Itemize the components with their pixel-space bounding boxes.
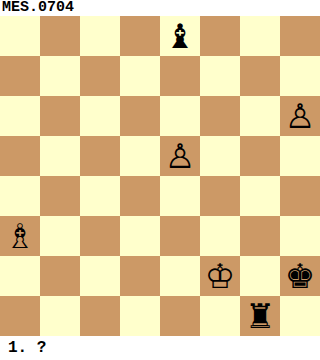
square-g4[interactable] bbox=[240, 176, 280, 216]
puzzle-id: MES.0704 bbox=[0, 0, 320, 16]
square-e4[interactable] bbox=[160, 176, 200, 216]
square-a6[interactable] bbox=[0, 96, 40, 136]
square-h8[interactable] bbox=[280, 16, 320, 56]
square-h7[interactable] bbox=[280, 56, 320, 96]
square-f1[interactable] bbox=[200, 296, 240, 336]
square-c7[interactable] bbox=[80, 56, 120, 96]
square-c8[interactable] bbox=[80, 16, 120, 56]
square-c3[interactable] bbox=[80, 216, 120, 256]
square-a8[interactable] bbox=[0, 16, 40, 56]
square-a1[interactable] bbox=[0, 296, 40, 336]
square-h3[interactable] bbox=[280, 216, 320, 256]
piece-white-king[interactable]: ♔ bbox=[205, 256, 235, 296]
square-f6[interactable] bbox=[200, 96, 240, 136]
square-f5[interactable] bbox=[200, 136, 240, 176]
piece-black-rook[interactable]: ♜ bbox=[245, 296, 275, 336]
piece-white-pawn[interactable]: ♙ bbox=[165, 136, 195, 176]
square-a4[interactable] bbox=[0, 176, 40, 216]
square-g5[interactable] bbox=[240, 136, 280, 176]
square-b8[interactable] bbox=[40, 16, 80, 56]
square-e8[interactable]: ♝ bbox=[160, 16, 200, 56]
square-g3[interactable] bbox=[240, 216, 280, 256]
square-b5[interactable] bbox=[40, 136, 80, 176]
square-f8[interactable] bbox=[200, 16, 240, 56]
square-d5[interactable] bbox=[120, 136, 160, 176]
square-c4[interactable] bbox=[80, 176, 120, 216]
square-c1[interactable] bbox=[80, 296, 120, 336]
piece-white-bishop[interactable]: ♗ bbox=[5, 216, 35, 256]
square-b3[interactable] bbox=[40, 216, 80, 256]
square-c5[interactable] bbox=[80, 136, 120, 176]
square-b7[interactable] bbox=[40, 56, 80, 96]
square-f3[interactable] bbox=[200, 216, 240, 256]
square-h6[interactable]: ♙ bbox=[280, 96, 320, 136]
square-g7[interactable] bbox=[240, 56, 280, 96]
square-a5[interactable] bbox=[0, 136, 40, 176]
square-d7[interactable] bbox=[120, 56, 160, 96]
square-h5[interactable] bbox=[280, 136, 320, 176]
square-f2[interactable]: ♔ bbox=[200, 256, 240, 296]
square-e7[interactable] bbox=[160, 56, 200, 96]
square-a2[interactable] bbox=[0, 256, 40, 296]
square-e2[interactable] bbox=[160, 256, 200, 296]
square-d2[interactable] bbox=[120, 256, 160, 296]
square-f4[interactable] bbox=[200, 176, 240, 216]
piece-white-pawn[interactable]: ♙ bbox=[285, 96, 315, 136]
square-g1[interactable]: ♜ bbox=[240, 296, 280, 336]
square-g2[interactable] bbox=[240, 256, 280, 296]
square-c2[interactable] bbox=[80, 256, 120, 296]
square-a3[interactable]: ♗ bbox=[0, 216, 40, 256]
move-prompt: 1. ? bbox=[0, 339, 320, 357]
piece-black-bishop[interactable]: ♝ bbox=[165, 16, 195, 56]
square-d1[interactable] bbox=[120, 296, 160, 336]
square-h2[interactable]: ♚ bbox=[280, 256, 320, 296]
square-e3[interactable] bbox=[160, 216, 200, 256]
square-a7[interactable] bbox=[0, 56, 40, 96]
square-f7[interactable] bbox=[200, 56, 240, 96]
square-g8[interactable] bbox=[240, 16, 280, 56]
chess-board: ♝♙♙♗♔♚♜ bbox=[0, 16, 320, 336]
square-h1[interactable] bbox=[280, 296, 320, 336]
square-d4[interactable] bbox=[120, 176, 160, 216]
square-b6[interactable] bbox=[40, 96, 80, 136]
square-d3[interactable] bbox=[120, 216, 160, 256]
square-b4[interactable] bbox=[40, 176, 80, 216]
square-e6[interactable] bbox=[160, 96, 200, 136]
square-e1[interactable] bbox=[160, 296, 200, 336]
square-h4[interactable] bbox=[280, 176, 320, 216]
square-d8[interactable] bbox=[120, 16, 160, 56]
square-b2[interactable] bbox=[40, 256, 80, 296]
piece-black-king[interactable]: ♚ bbox=[285, 256, 315, 296]
chess-puzzle-page: MES.0704 ♝♙♙♗♔♚♜ 1. ? bbox=[0, 0, 320, 360]
square-c6[interactable] bbox=[80, 96, 120, 136]
square-b1[interactable] bbox=[40, 296, 80, 336]
square-d6[interactable] bbox=[120, 96, 160, 136]
square-e5[interactable]: ♙ bbox=[160, 136, 200, 176]
square-g6[interactable] bbox=[240, 96, 280, 136]
